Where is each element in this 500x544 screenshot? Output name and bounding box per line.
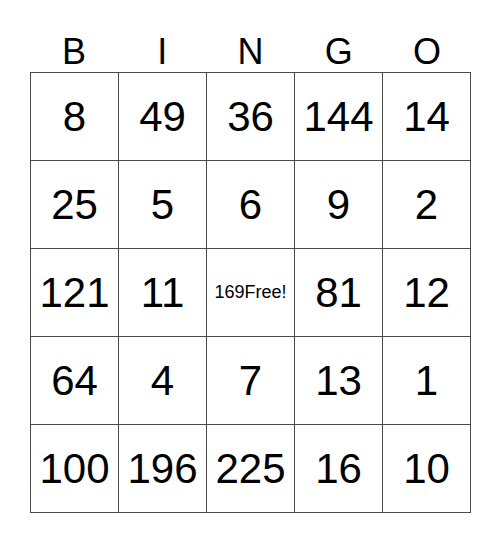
bingo-cell-r1c2[interactable]: 49 (119, 73, 206, 160)
header-letter-i: I (118, 0, 206, 72)
header-letter-g: G (295, 0, 383, 72)
bingo-cell-r2c4[interactable]: 9 (295, 161, 382, 248)
header-letter-o: O (383, 0, 471, 72)
bingo-cell-r5c3[interactable]: 225 (207, 425, 294, 512)
bingo-cell-r4c4[interactable]: 13 (295, 337, 382, 424)
header-letter-n: N (206, 0, 294, 72)
bingo-cell-r5c1[interactable]: 100 (31, 425, 118, 512)
bingo-header: B I N G O (30, 0, 471, 72)
bingo-cell-r1c4[interactable]: 144 (295, 73, 382, 160)
bingo-cell-r3c1[interactable]: 121 (31, 249, 118, 336)
bingo-cell-r4c1[interactable]: 64 (31, 337, 118, 424)
bingo-cell-r3c5[interactable]: 12 (383, 249, 470, 336)
bingo-cell-r1c3[interactable]: 36 (207, 73, 294, 160)
bingo-cell-r3c3-free[interactable]: 169Free! (207, 249, 294, 336)
bingo-grid: 8 49 36 144 14 25 5 6 9 2 121 11 169Free… (30, 72, 471, 513)
bingo-cell-r4c3[interactable]: 7 (207, 337, 294, 424)
bingo-cell-r4c2[interactable]: 4 (119, 337, 206, 424)
bingo-cell-r1c5[interactable]: 14 (383, 73, 470, 160)
bingo-cell-r4c5[interactable]: 1 (383, 337, 470, 424)
bingo-cell-r3c4[interactable]: 81 (295, 249, 382, 336)
bingo-cell-r2c3[interactable]: 6 (207, 161, 294, 248)
bingo-cell-r5c5[interactable]: 10 (383, 425, 470, 512)
bingo-cell-r2c2[interactable]: 5 (119, 161, 206, 248)
bingo-cell-r5c2[interactable]: 196 (119, 425, 206, 512)
header-letter-b: B (30, 0, 118, 72)
bingo-cell-r2c1[interactable]: 25 (31, 161, 118, 248)
bingo-cell-r2c5[interactable]: 2 (383, 161, 470, 248)
bingo-cell-r3c2[interactable]: 11 (119, 249, 206, 336)
bingo-cell-r1c1[interactable]: 8 (31, 73, 118, 160)
bingo-cell-r5c4[interactable]: 16 (295, 425, 382, 512)
